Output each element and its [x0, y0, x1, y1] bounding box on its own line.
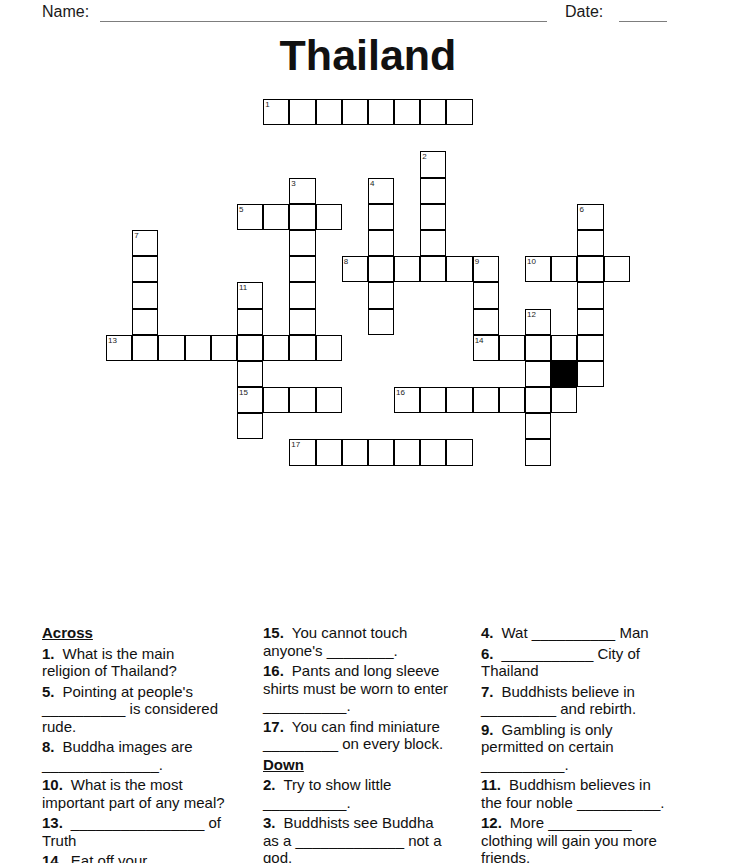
cell-r9c17[interactable] — [551, 335, 577, 361]
cell-r8c14[interactable] — [473, 309, 499, 335]
block-cell-r10c17 — [551, 361, 577, 387]
cell-number-8: 8 — [344, 257, 348, 266]
clue-down-11-text: Buddhism believes in the four noble ____… — [481, 776, 665, 811]
cell-r9c3[interactable] — [185, 335, 211, 361]
cell-r11c13[interactable] — [446, 387, 472, 413]
clue-across-14-text: Eat off your _______. — [71, 852, 214, 863]
clue-across-1-text: What is the main religion of Thailand? — [42, 645, 177, 680]
clue-down-11: 11.Buddhism believes in the four noble _… — [481, 776, 674, 811]
cell-r6c16[interactable]: 10 — [525, 256, 551, 282]
cell-r4c18[interactable]: 6 — [577, 204, 603, 230]
cell-r8c1[interactable] — [132, 309, 158, 335]
clue-across-5-number: 5. — [42, 683, 55, 700]
cell-r0c8[interactable] — [316, 99, 342, 125]
cell-r12c5[interactable] — [237, 413, 263, 439]
cell-r7c14[interactable] — [473, 282, 499, 308]
cell-number-15: 15 — [239, 388, 248, 397]
cell-r0c13[interactable] — [446, 99, 472, 125]
cell-r7c10[interactable] — [368, 282, 394, 308]
cell-r13c16[interactable] — [525, 439, 551, 465]
cell-r0c7[interactable] — [289, 99, 315, 125]
cell-r9c16[interactable] — [525, 335, 551, 361]
clue-across-17-text: You can find miniature _________ on ever… — [263, 718, 443, 753]
clue-across-1: 1.What is the main religion of Thailand? — [42, 645, 226, 680]
clue-down-6: 6.___________ City of Thailand — [481, 645, 674, 680]
cell-r0c10[interactable] — [368, 99, 394, 125]
cell-r6c1[interactable] — [132, 256, 158, 282]
cell-r8c7[interactable] — [289, 309, 315, 335]
clue-down-7-text: Buddhists believe in _________ and rebir… — [481, 683, 636, 718]
cell-r3c12[interactable] — [420, 178, 446, 204]
cell-r9c18[interactable] — [577, 335, 603, 361]
cell-number-14: 14 — [475, 336, 484, 345]
cell-r5c1[interactable]: 7 — [132, 230, 158, 256]
cell-r8c16[interactable]: 12 — [525, 309, 551, 335]
cell-r6c10[interactable] — [368, 256, 394, 282]
cell-r10c16[interactable] — [525, 361, 551, 387]
cell-r10c18[interactable] — [577, 361, 603, 387]
cell-r7c7[interactable] — [289, 282, 315, 308]
clue-down-3-text: Buddhists see Buddha as a _____________ … — [263, 814, 442, 863]
cell-r4c8[interactable] — [316, 204, 342, 230]
clue-down-12: 12.More __________ clothing will gain yo… — [481, 814, 674, 863]
cell-r13c9[interactable] — [342, 439, 368, 465]
cell-r9c6[interactable] — [263, 335, 289, 361]
clue-down-12-number: 12. — [481, 814, 502, 831]
cell-r13c8[interactable] — [316, 439, 342, 465]
cell-r5c12[interactable] — [420, 230, 446, 256]
cell-r4c10[interactable] — [368, 204, 394, 230]
cell-r13c11[interactable] — [394, 439, 420, 465]
clue-column-left: Across1.What is the main religion of Tha… — [42, 624, 226, 863]
cell-r6c13[interactable] — [446, 256, 472, 282]
cell-r8c18[interactable] — [577, 309, 603, 335]
cell-number-12: 12 — [527, 310, 536, 319]
cell-r8c5[interactable] — [237, 309, 263, 335]
clue-down-9-number: 9. — [481, 721, 494, 738]
clue-down-7: 7.Buddhists believe in _________ and reb… — [481, 683, 674, 718]
name-label: Name: — [42, 3, 89, 21]
cell-r4c12[interactable] — [420, 204, 446, 230]
cell-r6c17[interactable] — [551, 256, 577, 282]
cell-r7c1[interactable] — [132, 282, 158, 308]
cell-r9c7[interactable] — [289, 335, 315, 361]
cell-r13c7[interactable]: 17 — [289, 439, 315, 465]
clue-across-5: 5.Pointing at people's __________ is con… — [42, 683, 226, 736]
cell-r9c8[interactable] — [316, 335, 342, 361]
cell-r4c6[interactable] — [263, 204, 289, 230]
clue-column-middle: 15.You cannot touch anyone's ________.16… — [263, 624, 450, 863]
clue-column-right: 4.Wat __________ Man6.___________ City o… — [481, 624, 674, 863]
clue-across-8: 8.Buddha images are ______________. — [42, 738, 226, 773]
cell-r11c8[interactable] — [316, 387, 342, 413]
cell-number-17: 17 — [291, 440, 300, 449]
cell-number-11: 11 — [239, 283, 247, 292]
cell-r13c10[interactable] — [368, 439, 394, 465]
cell-number-4: 4 — [370, 179, 374, 188]
clue-down-4-number: 4. — [481, 624, 494, 641]
clue-across-15-number: 15. — [263, 624, 284, 641]
clue-down-9: 9.Gambling is only permitted on certain … — [481, 721, 674, 774]
cell-r13c13[interactable] — [446, 439, 472, 465]
clue-down-4: 4.Wat __________ Man — [481, 624, 674, 642]
cell-number-13: 13 — [108, 336, 117, 345]
cell-r4c5[interactable]: 5 — [237, 204, 263, 230]
cell-r9c1[interactable] — [132, 335, 158, 361]
cell-r4c7[interactable] — [289, 204, 315, 230]
cell-r6c11[interactable] — [394, 256, 420, 282]
clue-down-3-number: 3. — [263, 814, 276, 831]
cell-r3c10[interactable]: 4 — [368, 178, 394, 204]
clue-across-8-number: 8. — [42, 738, 55, 755]
cell-r11c14[interactable] — [473, 387, 499, 413]
cell-r0c11[interactable] — [394, 99, 420, 125]
cell-r0c9[interactable] — [342, 99, 368, 125]
cell-r5c10[interactable] — [368, 230, 394, 256]
clue-across-10: 10.What is the most important part of an… — [42, 776, 226, 811]
cell-r0c6[interactable]: 1 — [263, 99, 289, 125]
puzzle-title: Thailand — [0, 31, 736, 80]
clue-across-17: 17.You can find miniature _________ on e… — [263, 718, 450, 753]
clue-across-15: 15.You cannot touch anyone's ________. — [263, 624, 450, 659]
across-heading: Across — [42, 624, 226, 642]
cell-r5c7[interactable] — [289, 230, 315, 256]
clue-down-7-number: 7. — [481, 683, 494, 700]
cell-r6c14[interactable]: 9 — [473, 256, 499, 282]
clue-down-3: 3.Buddhists see Buddha as a ____________… — [263, 814, 450, 863]
cell-number-2: 2 — [422, 152, 426, 161]
clue-down-12-text: More __________ clothing will gain you m… — [481, 814, 657, 863]
down-heading: Down — [263, 756, 450, 774]
clue-across-16: 16.Pants and long sleeve shirts must be … — [263, 662, 450, 715]
clue-across-17-number: 17. — [263, 718, 284, 735]
cell-number-10: 10 — [527, 257, 536, 266]
cell-r6c19[interactable] — [604, 256, 630, 282]
date-blank-line — [619, 6, 667, 22]
cell-r10c5[interactable] — [237, 361, 263, 387]
cell-r6c12[interactable] — [420, 256, 446, 282]
cell-r11c12[interactable] — [420, 387, 446, 413]
clue-down-2-number: 2. — [263, 776, 276, 793]
cell-r7c5[interactable]: 11 — [237, 282, 263, 308]
clue-across-8-text: Buddha images are ______________. — [42, 738, 193, 773]
clue-across-15-text: You cannot touch anyone's ________. — [263, 624, 407, 659]
clue-down-6-text: ___________ City of Thailand — [481, 645, 640, 680]
clue-down-11-number: 11. — [481, 776, 501, 793]
cell-r9c5[interactable] — [237, 335, 263, 361]
cell-r11c15[interactable] — [499, 387, 525, 413]
clue-across-14-number: 14. — [42, 852, 63, 863]
cell-r6c9[interactable]: 8 — [342, 256, 368, 282]
cell-r11c7[interactable] — [289, 387, 315, 413]
cell-number-9: 9 — [475, 257, 479, 266]
clue-across-13-text: ________________ of Truth — [42, 814, 221, 849]
clue-down-2: 2.Try to show little __________. — [263, 776, 450, 811]
cell-r6c18[interactable] — [577, 256, 603, 282]
clue-across-5-text: Pointing at people's __________ is consi… — [42, 683, 218, 735]
name-blank-line — [100, 6, 547, 22]
cell-r11c11[interactable]: 16 — [394, 387, 420, 413]
clue-across-13-number: 13. — [42, 814, 63, 831]
cell-r5c18[interactable] — [577, 230, 603, 256]
cell-r11c6[interactable] — [263, 387, 289, 413]
clue-across-16-number: 16. — [263, 662, 284, 679]
cell-r9c0[interactable]: 13 — [106, 335, 132, 361]
cell-r2c12[interactable]: 2 — [420, 151, 446, 177]
clue-down-4-text: Wat __________ Man — [502, 624, 649, 641]
clue-down-6-number: 6. — [481, 645, 494, 662]
cell-number-7: 7 — [134, 231, 138, 240]
cell-r9c14[interactable]: 14 — [473, 335, 499, 361]
cell-r9c15[interactable] — [499, 335, 525, 361]
cell-r3c7[interactable]: 3 — [289, 178, 315, 204]
cell-r0c12[interactable] — [420, 99, 446, 125]
cell-number-5: 5 — [239, 205, 243, 214]
cell-r11c17[interactable] — [551, 387, 577, 413]
cell-r11c5[interactable]: 15 — [237, 387, 263, 413]
cell-r11c16[interactable] — [525, 387, 551, 413]
clue-across-10-text: What is the most important part of any m… — [42, 776, 225, 811]
cell-r9c2[interactable] — [158, 335, 184, 361]
date-label: Date: — [565, 3, 603, 21]
clue-across-14: 14.Eat off your _______. — [42, 852, 226, 863]
cell-number-3: 3 — [291, 179, 295, 188]
clue-across-13: 13.________________ of Truth — [42, 814, 226, 849]
cell-r6c7[interactable] — [289, 256, 315, 282]
cell-r8c10[interactable] — [368, 309, 394, 335]
cell-r7c18[interactable] — [577, 282, 603, 308]
crossword-worksheet: { "game": "crossword", "title": "Thailan… — [0, 0, 736, 863]
cell-number-16: 16 — [396, 388, 405, 397]
clue-down-2-text: Try to show little __________. — [263, 776, 391, 811]
cell-r9c4[interactable] — [211, 335, 237, 361]
crossword-grid: 1234567891011121314151617 — [106, 99, 630, 466]
cell-number-1: 1 — [265, 100, 269, 109]
cell-r13c12[interactable] — [420, 439, 446, 465]
clue-down-9-text: Gambling is only permitted on certain __… — [481, 721, 614, 773]
clue-across-1-number: 1. — [42, 645, 55, 662]
cell-r12c16[interactable] — [525, 413, 551, 439]
clue-across-10-number: 10. — [42, 776, 63, 793]
clue-across-16-text: Pants and long sleeve shirts must be wor… — [263, 662, 448, 714]
cell-number-6: 6 — [579, 205, 583, 214]
